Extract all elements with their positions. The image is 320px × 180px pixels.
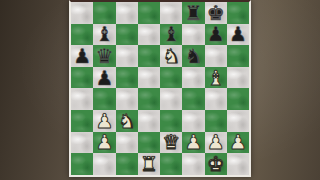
piece-black-bishop[interactable]: ♝ [95, 24, 113, 44]
square-e8[interactable] [160, 2, 182, 24]
piece-white-queen[interactable]: ♛ [162, 132, 180, 152]
piece-white-rook[interactable]: ♜ [140, 153, 158, 173]
square-a3[interactable] [71, 110, 93, 132]
square-h4[interactable] [227, 88, 249, 110]
square-e5[interactable] [160, 67, 182, 89]
square-d5[interactable] [138, 67, 160, 89]
square-a8[interactable] [71, 2, 93, 24]
piece-black-pawn[interactable]: ♟ [229, 24, 247, 44]
square-a5[interactable] [71, 67, 93, 89]
square-c7[interactable] [116, 24, 138, 46]
piece-white-knight[interactable]: ♞ [118, 110, 136, 130]
square-h1[interactable] [227, 153, 249, 175]
square-e7[interactable]: ♝ [160, 24, 182, 46]
piece-white-pawn[interactable]: ♟ [229, 132, 247, 152]
piece-white-pawn[interactable]: ♟ [95, 110, 113, 130]
square-d6[interactable] [138, 45, 160, 67]
piece-white-bishop[interactable]: ♝ [207, 67, 225, 87]
square-b5[interactable]: ♟ [93, 67, 115, 89]
square-d4[interactable] [138, 88, 160, 110]
square-g3[interactable] [205, 110, 227, 132]
square-f7[interactable] [182, 24, 204, 46]
square-e3[interactable] [160, 110, 182, 132]
square-g5[interactable]: ♝ [205, 67, 227, 89]
square-d1[interactable]: ♜ [138, 153, 160, 175]
piece-black-queen[interactable]: ♛ [95, 45, 113, 65]
square-g1[interactable]: ♚ [205, 153, 227, 175]
piece-black-pawn[interactable]: ♟ [73, 45, 91, 65]
square-f5[interactable] [182, 67, 204, 89]
square-h6[interactable] [227, 45, 249, 67]
chess-board-frame: ♜♚♝♝♟♟♟♛♞♞♟♝♟♞♟♛♟♟♟♜♚ [69, 0, 251, 177]
piece-black-king[interactable]: ♚ [207, 2, 225, 22]
piece-white-pawn[interactable]: ♟ [184, 132, 202, 152]
square-h8[interactable] [227, 2, 249, 24]
square-g7[interactable]: ♟ [205, 24, 227, 46]
piece-black-bishop[interactable]: ♝ [162, 24, 180, 44]
square-h3[interactable] [227, 110, 249, 132]
square-g6[interactable] [205, 45, 227, 67]
square-b4[interactable] [93, 88, 115, 110]
square-h5[interactable] [227, 67, 249, 89]
square-b8[interactable] [93, 2, 115, 24]
piece-white-pawn[interactable]: ♟ [95, 132, 113, 152]
square-b3[interactable]: ♟ [93, 110, 115, 132]
square-b7[interactable]: ♝ [93, 24, 115, 46]
piece-black-pawn[interactable]: ♟ [95, 67, 113, 87]
square-b6[interactable]: ♛ [93, 45, 115, 67]
square-e4[interactable] [160, 88, 182, 110]
square-d2[interactable] [138, 132, 160, 154]
square-a6[interactable]: ♟ [71, 45, 93, 67]
square-c8[interactable] [116, 2, 138, 24]
piece-white-king[interactable]: ♚ [207, 153, 225, 173]
piece-black-knight[interactable]: ♞ [184, 45, 202, 65]
square-g2[interactable]: ♟ [205, 132, 227, 154]
square-c2[interactable] [116, 132, 138, 154]
square-g8[interactable]: ♚ [205, 2, 227, 24]
square-h2[interactable]: ♟ [227, 132, 249, 154]
chess-board: ♜♚♝♝♟♟♟♛♞♞♟♝♟♞♟♛♟♟♟♜♚ [71, 2, 249, 175]
square-d8[interactable] [138, 2, 160, 24]
square-c6[interactable] [116, 45, 138, 67]
square-c4[interactable] [116, 88, 138, 110]
square-f3[interactable] [182, 110, 204, 132]
square-e1[interactable] [160, 153, 182, 175]
square-f2[interactable]: ♟ [182, 132, 204, 154]
square-d3[interactable] [138, 110, 160, 132]
square-f6[interactable]: ♞ [182, 45, 204, 67]
square-g4[interactable] [205, 88, 227, 110]
square-e6[interactable]: ♞ [160, 45, 182, 67]
piece-white-knight[interactable]: ♞ [162, 45, 180, 65]
square-a2[interactable] [71, 132, 93, 154]
square-f1[interactable] [182, 153, 204, 175]
square-e2[interactable]: ♛ [160, 132, 182, 154]
square-f4[interactable] [182, 88, 204, 110]
square-a4[interactable] [71, 88, 93, 110]
square-d7[interactable] [138, 24, 160, 46]
square-c5[interactable] [116, 67, 138, 89]
piece-black-pawn[interactable]: ♟ [207, 24, 225, 44]
square-h7[interactable]: ♟ [227, 24, 249, 46]
square-b2[interactable]: ♟ [93, 132, 115, 154]
square-c3[interactable]: ♞ [116, 110, 138, 132]
square-a7[interactable] [71, 24, 93, 46]
square-b1[interactable] [93, 153, 115, 175]
video-frame-background: ♜♚♝♝♟♟♟♛♞♞♟♝♟♞♟♛♟♟♟♜♚ [0, 0, 320, 180]
piece-black-rook[interactable]: ♜ [184, 2, 202, 22]
piece-white-pawn[interactable]: ♟ [207, 132, 225, 152]
square-a1[interactable] [71, 153, 93, 175]
square-c1[interactable] [116, 153, 138, 175]
square-f8[interactable]: ♜ [182, 2, 204, 24]
